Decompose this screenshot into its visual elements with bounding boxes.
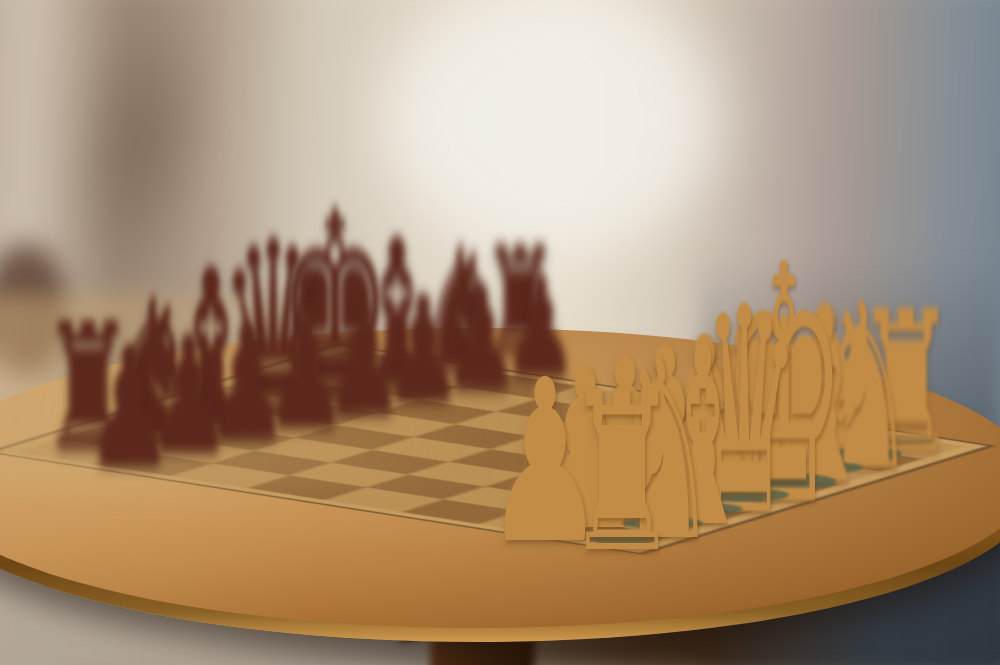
chess-photo-scene: ♜♞♝♛♚♝♞♜♟♟♟♟♟♟♟♟♟♟♟♟♟♟♟♟♜♞♝♛♚♝♞♜	[0, 0, 1000, 665]
black-pawn-a7: ♟	[86, 325, 175, 490]
pieces-layer: ♜♞♝♛♚♝♞♜♟♟♟♟♟♟♟♟♟♟♟♟♟♟♟♟♜♞♝♛♚♝♞♜	[0, 0, 1000, 665]
white-rook-a1: ♜	[565, 363, 679, 583]
